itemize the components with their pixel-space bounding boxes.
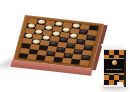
box-title-band: CHECKERS (104, 58, 124, 74)
board-square-light (79, 60, 89, 66)
box-side-edge (124, 50, 126, 87)
checker-disc-icon (112, 60, 117, 65)
checkers-board (13, 15, 104, 69)
product-box: CHECKERS (104, 50, 124, 87)
box-title: CHECKERS (106, 68, 121, 71)
box-barcode-label (117, 82, 123, 86)
